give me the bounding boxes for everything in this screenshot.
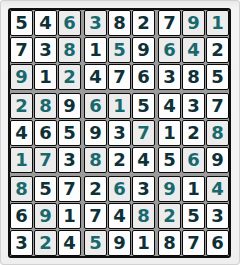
cell-r1c1[interactable]: 5 [10,10,33,36]
cell-r7c1[interactable]: 8 [10,176,33,202]
cell-r2c3[interactable]: 8 [58,37,81,63]
cell-r4c5[interactable]: 1 [108,93,131,119]
cell-r5c9[interactable]: 8 [206,120,229,146]
cell-r8c6[interactable]: 8 [132,203,155,229]
cell-r5c6[interactable]: 7 [132,120,155,146]
cell-r3c7[interactable]: 3 [158,64,181,90]
cell-r4c6[interactable]: 5 [132,93,155,119]
cell-r9c5[interactable]: 9 [108,230,131,256]
cell-r6c5[interactable]: 2 [108,147,131,173]
cell-r9c1[interactable]: 3 [10,230,33,256]
cell-r1c6[interactable]: 2 [132,10,155,36]
cell-r3c1[interactable]: 9 [10,64,33,90]
cell-r1c3[interactable]: 6 [58,10,81,36]
cell-r6c7[interactable]: 5 [158,147,181,173]
cell-r3c6[interactable]: 6 [132,64,155,90]
cell-r7c4[interactable]: 2 [84,176,107,202]
cell-r6c8[interactable]: 6 [182,147,205,173]
app-window: 5463827917381596429124763852896154374659… [0,0,240,265]
cell-r1c5[interactable]: 8 [108,10,131,36]
cell-r2c5[interactable]: 5 [108,37,131,63]
cell-r5c2[interactable]: 6 [34,120,57,146]
cell-r7c8[interactable]: 1 [182,176,205,202]
cell-r8c5[interactable]: 4 [108,203,131,229]
cell-r5c5[interactable]: 3 [108,120,131,146]
cell-r5c8[interactable]: 2 [182,120,205,146]
cell-r3c4[interactable]: 4 [84,64,107,90]
cell-r3c5[interactable]: 7 [108,64,131,90]
cell-r5c7[interactable]: 1 [158,120,181,146]
cell-r8c3[interactable]: 1 [58,203,81,229]
cell-r9c2[interactable]: 2 [34,230,57,256]
cell-r9c3[interactable]: 4 [58,230,81,256]
cell-r6c1[interactable]: 1 [10,147,33,173]
cell-r7c9[interactable]: 4 [206,176,229,202]
cell-r2c8[interactable]: 4 [182,37,205,63]
cell-r1c2[interactable]: 4 [34,10,57,36]
cell-r6c3[interactable]: 3 [58,147,81,173]
cell-r4c4[interactable]: 6 [84,93,107,119]
cell-r3c3[interactable]: 2 [58,64,81,90]
cell-r6c9[interactable]: 9 [206,147,229,173]
cell-r8c1[interactable]: 6 [10,203,33,229]
cell-r2c7[interactable]: 6 [158,37,181,63]
cell-r9c8[interactable]: 7 [182,230,205,256]
cell-r4c2[interactable]: 8 [34,93,57,119]
cell-r7c6[interactable]: 3 [132,176,155,202]
cell-r6c6[interactable]: 4 [132,147,155,173]
cell-r7c2[interactable]: 5 [34,176,57,202]
cell-r5c3[interactable]: 5 [58,120,81,146]
cell-r1c4[interactable]: 3 [84,10,107,36]
cell-r5c1[interactable]: 4 [10,120,33,146]
cell-r8c7[interactable]: 2 [158,203,181,229]
cell-r1c8[interactable]: 9 [182,10,205,36]
cell-r5c4[interactable]: 9 [84,120,107,146]
cell-r7c7[interactable]: 9 [158,176,181,202]
cell-r6c4[interactable]: 8 [84,147,107,173]
cell-r4c1[interactable]: 2 [10,93,33,119]
cell-r4c3[interactable]: 9 [58,93,81,119]
cell-r7c3[interactable]: 7 [58,176,81,202]
cell-r7c5[interactable]: 6 [108,176,131,202]
cell-r8c2[interactable]: 9 [34,203,57,229]
cell-r4c7[interactable]: 4 [158,93,181,119]
cell-r3c9[interactable]: 5 [206,64,229,90]
cell-r6c2[interactable]: 7 [34,147,57,173]
cell-r3c8[interactable]: 8 [182,64,205,90]
cell-r8c4[interactable]: 7 [84,203,107,229]
cell-r9c6[interactable]: 1 [132,230,155,256]
cell-r4c8[interactable]: 3 [182,93,205,119]
cell-r3c2[interactable]: 1 [34,64,57,90]
cell-r8c9[interactable]: 3 [206,203,229,229]
cell-r9c9[interactable]: 6 [206,230,229,256]
cell-r9c4[interactable]: 5 [84,230,107,256]
cell-r2c6[interactable]: 9 [132,37,155,63]
cell-r4c9[interactable]: 7 [206,93,229,119]
cell-r2c2[interactable]: 3 [34,37,57,63]
cell-r2c1[interactable]: 7 [10,37,33,63]
sudoku-board: 5463827917381596429124763852896154374659… [8,8,231,258]
cell-r2c9[interactable]: 2 [206,37,229,63]
cell-r2c4[interactable]: 1 [84,37,107,63]
cell-r9c7[interactable]: 8 [158,230,181,256]
cell-r1c7[interactable]: 7 [158,10,181,36]
cell-r1c9[interactable]: 1 [206,10,229,36]
cell-r8c8[interactable]: 5 [182,203,205,229]
